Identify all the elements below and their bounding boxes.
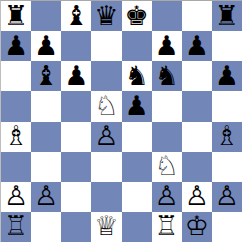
square-e1[interactable] [122,212,152,242]
black-pawn-piece: ♟ [215,62,239,89]
chess-board: ♜♝♛♚♜♟♟♟♟♝♟♞♞♟♘♟♗♙♗♘♙♙♙♙♙♖♕♖♔ [0,0,242,242]
square-d4[interactable]: ♙ [91,122,121,152]
square-a2[interactable]: ♙ [1,182,31,212]
square-g8[interactable] [182,1,212,31]
black-rook-piece: ♜ [215,2,239,29]
square-b1[interactable] [31,212,61,242]
square-a1[interactable]: ♖ [1,212,31,242]
square-d1[interactable]: ♕ [91,212,121,242]
square-g3[interactable] [182,152,212,182]
white-knight-piece: ♘ [94,92,118,119]
square-h7[interactable] [212,31,242,61]
square-a3[interactable] [1,152,31,182]
white-pawn-piece: ♙ [4,182,28,209]
square-b2[interactable]: ♙ [31,182,61,212]
white-king-piece: ♔ [185,212,209,239]
white-pawn-piece: ♙ [215,182,239,209]
square-d3[interactable] [91,152,121,182]
black-pawn-piece: ♟ [124,92,148,119]
square-g4[interactable] [182,122,212,152]
square-d7[interactable] [91,31,121,61]
square-f2[interactable]: ♙ [152,182,182,212]
square-c7[interactable] [61,31,91,61]
white-knight-piece: ♘ [155,152,179,179]
square-e8[interactable]: ♚ [122,1,152,31]
square-e3[interactable] [122,152,152,182]
square-b8[interactable] [31,1,61,31]
black-pawn-piece: ♟ [34,32,58,59]
square-f5[interactable] [152,91,182,121]
square-c3[interactable] [61,152,91,182]
square-h6[interactable]: ♟ [212,61,242,91]
square-h4[interactable]: ♗ [212,122,242,152]
square-b7[interactable]: ♟ [31,31,61,61]
white-pawn-piece: ♙ [155,182,179,209]
square-c8[interactable]: ♝ [61,1,91,31]
square-b4[interactable] [31,122,61,152]
square-b6[interactable]: ♝ [31,61,61,91]
black-pawn-piece: ♟ [155,32,179,59]
white-bishop-piece: ♗ [4,122,28,149]
square-d8[interactable]: ♛ [91,1,121,31]
black-rook-piece: ♜ [4,2,28,29]
square-h1[interactable] [212,212,242,242]
black-knight-piece: ♞ [124,62,148,89]
square-f8[interactable] [152,1,182,31]
square-h8[interactable]: ♜ [212,1,242,31]
square-a6[interactable] [1,61,31,91]
square-f4[interactable] [152,122,182,152]
square-g6[interactable] [182,61,212,91]
black-pawn-piece: ♟ [4,32,28,59]
square-g7[interactable]: ♟ [182,31,212,61]
square-g2[interactable]: ♙ [182,182,212,212]
square-f6[interactable]: ♞ [152,61,182,91]
square-e4[interactable] [122,122,152,152]
white-pawn-piece: ♙ [185,182,209,209]
square-g5[interactable] [182,91,212,121]
square-h2[interactable]: ♙ [212,182,242,212]
square-c2[interactable] [61,182,91,212]
square-c5[interactable] [61,91,91,121]
square-b5[interactable] [31,91,61,121]
black-bishop-piece: ♝ [64,2,88,29]
square-e2[interactable] [122,182,152,212]
black-king-piece: ♚ [124,2,148,29]
square-g1[interactable]: ♔ [182,212,212,242]
white-bishop-piece: ♗ [215,122,239,149]
square-b3[interactable] [31,152,61,182]
white-queen-piece: ♕ [94,212,118,239]
square-h3[interactable] [212,152,242,182]
black-pawn-piece: ♟ [64,62,88,89]
square-d2[interactable] [91,182,121,212]
square-d5[interactable]: ♘ [91,91,121,121]
square-a8[interactable]: ♜ [1,1,31,31]
square-c4[interactable] [61,122,91,152]
square-f7[interactable]: ♟ [152,31,182,61]
white-pawn-piece: ♙ [94,122,118,149]
black-knight-piece: ♞ [155,62,179,89]
square-c1[interactable] [61,212,91,242]
square-d6[interactable] [91,61,121,91]
square-c6[interactable]: ♟ [61,61,91,91]
square-e5[interactable]: ♟ [122,91,152,121]
white-rook-piece: ♖ [4,212,28,239]
black-bishop-piece: ♝ [34,62,58,89]
square-f1[interactable]: ♖ [152,212,182,242]
square-e6[interactable]: ♞ [122,61,152,91]
square-h5[interactable] [212,91,242,121]
square-a5[interactable] [1,91,31,121]
black-pawn-piece: ♟ [185,32,209,59]
square-a4[interactable]: ♗ [1,122,31,152]
black-queen-piece: ♛ [94,2,118,29]
square-a7[interactable]: ♟ [1,31,31,61]
square-e7[interactable] [122,31,152,61]
square-f3[interactable]: ♘ [152,152,182,182]
white-rook-piece: ♖ [155,212,179,239]
white-pawn-piece: ♙ [34,182,58,209]
